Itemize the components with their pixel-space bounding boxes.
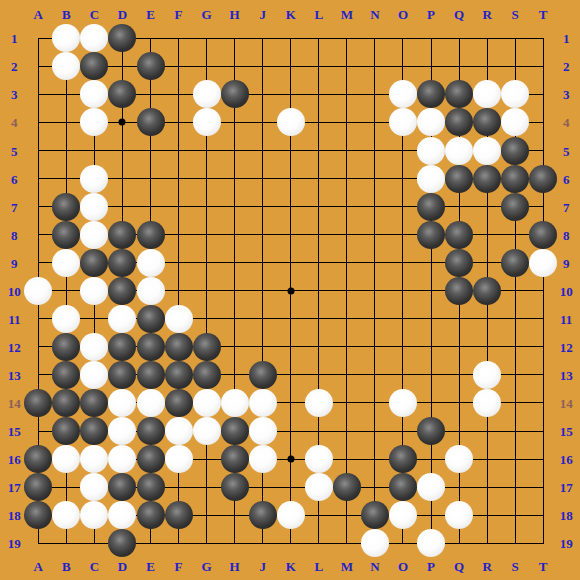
stone-black-A14[interactable] [24,389,52,417]
stone-black-R4[interactable] [473,108,501,136]
stone-white-J14[interactable] [249,389,277,417]
stone-white-P4[interactable] [417,108,445,136]
coord-label-right-9: 9 [563,256,570,269]
stone-black-F12[interactable] [165,333,193,361]
coord-label-right-12: 12 [560,340,573,353]
stone-white-O3[interactable] [389,80,417,108]
coord-label-left-2: 2 [11,60,18,73]
coord-label-bottom-C: C [90,560,99,573]
stone-black-M17[interactable] [333,473,361,501]
stone-black-P8[interactable] [417,221,445,249]
coord-label-right-10: 10 [560,284,573,297]
coord-label-top-M: M [341,8,353,21]
stone-white-E9[interactable] [137,249,165,277]
stone-white-K18[interactable] [277,501,305,529]
stone-white-K4[interactable] [277,108,305,136]
coord-label-bottom-O: O [398,560,408,573]
stone-white-Q18[interactable] [445,501,473,529]
stone-white-C18[interactable] [80,501,108,529]
stone-black-S9[interactable] [501,249,529,277]
coord-label-bottom-M: M [341,560,353,573]
coord-label-bottom-S: S [512,560,519,573]
stone-black-F14[interactable] [165,389,193,417]
stone-white-C16[interactable] [80,445,108,473]
stone-black-B8[interactable] [52,221,80,249]
stone-white-C17[interactable] [80,473,108,501]
stone-black-S5[interactable] [501,137,529,165]
coord-label-right-1: 1 [563,32,570,45]
grid-line-col-N [374,38,375,544]
stone-white-P19[interactable] [417,529,445,557]
coord-label-right-3: 3 [563,88,570,101]
star-point-K16 [287,456,294,463]
coord-label-left-17: 17 [8,481,21,494]
stone-black-D3[interactable] [108,80,136,108]
stone-black-H16[interactable] [221,445,249,473]
coord-label-top-R: R [482,8,491,21]
coord-label-bottom-L: L [314,560,323,573]
coord-label-right-6: 6 [563,172,570,185]
coord-label-right-13: 13 [560,368,573,381]
coord-label-bottom-R: R [482,560,491,573]
stone-black-T6[interactable] [529,165,557,193]
stone-black-E8[interactable] [137,221,165,249]
coord-label-top-N: N [370,8,379,21]
coord-label-right-7: 7 [563,200,570,213]
stone-black-E11[interactable] [137,305,165,333]
stone-black-D1[interactable] [108,24,136,52]
stone-white-T9[interactable] [529,249,557,277]
stone-white-C10[interactable] [80,277,108,305]
coord-label-left-16: 16 [8,453,21,466]
stone-white-R3[interactable] [473,80,501,108]
coord-label-right-11: 11 [560,312,572,325]
stone-black-G12[interactable] [193,333,221,361]
coord-label-top-P: P [427,8,435,21]
coord-label-left-8: 8 [11,228,18,241]
coord-label-top-L: L [314,8,323,21]
stone-black-E17[interactable] [137,473,165,501]
stone-white-L16[interactable] [305,445,333,473]
coord-label-top-O: O [398,8,408,21]
stone-white-L14[interactable] [305,389,333,417]
stone-black-S7[interactable] [501,193,529,221]
stone-white-G3[interactable] [193,80,221,108]
coord-label-bottom-B: B [62,560,71,573]
stone-black-C9[interactable] [80,249,108,277]
stone-black-D12[interactable] [108,333,136,361]
stone-white-C6[interactable] [80,165,108,193]
stone-black-D8[interactable] [108,221,136,249]
stone-white-F11[interactable] [165,305,193,333]
stone-black-D9[interactable] [108,249,136,277]
coord-label-top-J: J [259,8,266,21]
stone-white-D14[interactable] [108,389,136,417]
stone-black-A16[interactable] [24,445,52,473]
coord-label-bottom-K: K [286,560,296,573]
stone-black-E18[interactable] [137,501,165,529]
stone-black-H17[interactable] [221,473,249,501]
stone-white-D15[interactable] [108,417,136,445]
stone-black-D17[interactable] [108,473,136,501]
coord-label-left-7: 7 [11,200,18,213]
coord-label-left-10: 10 [8,284,21,297]
coord-label-bottom-D: D [118,560,127,573]
stone-white-D18[interactable] [108,501,136,529]
stone-black-E12[interactable] [137,333,165,361]
coord-label-left-6: 6 [11,172,18,185]
coord-label-right-8: 8 [563,228,570,241]
coord-label-bottom-A: A [34,560,43,573]
stone-white-P5[interactable] [417,137,445,165]
stone-white-H14[interactable] [221,389,249,417]
stone-black-R10[interactable] [473,277,501,305]
coord-label-left-14: 14 [8,396,21,409]
coord-label-top-S: S [512,8,519,21]
coord-label-top-E: E [146,8,155,21]
stone-black-B13[interactable] [52,361,80,389]
stone-black-C2[interactable] [80,52,108,80]
stone-white-C12[interactable] [80,333,108,361]
stone-white-F16[interactable] [165,445,193,473]
stone-black-Q6[interactable] [445,165,473,193]
coord-label-left-9: 9 [11,256,18,269]
coord-label-top-H: H [230,8,240,21]
coord-label-bottom-P: P [427,560,435,573]
coord-label-left-5: 5 [11,144,18,157]
coord-label-left-4: 4 [11,116,18,129]
stone-black-D19[interactable] [108,529,136,557]
stone-white-B11[interactable] [52,305,80,333]
coord-label-right-2: 2 [563,60,570,73]
stone-black-C15[interactable] [80,417,108,445]
coord-label-top-G: G [202,8,212,21]
stone-black-B15[interactable] [52,417,80,445]
coord-label-bottom-G: G [202,560,212,573]
stone-black-F18[interactable] [165,501,193,529]
stone-black-R6[interactable] [473,165,501,193]
stone-white-R13[interactable] [473,361,501,389]
coord-label-top-D: D [118,8,127,21]
star-point-K10 [287,287,294,294]
coord-label-bottom-J: J [259,560,266,573]
stone-black-E2[interactable] [137,52,165,80]
coord-label-left-1: 1 [11,32,18,45]
stone-black-P7[interactable] [417,193,445,221]
coord-label-right-5: 5 [563,144,570,157]
coord-label-bottom-H: H [230,560,240,573]
stone-black-A18[interactable] [24,501,52,529]
stone-white-G4[interactable] [193,108,221,136]
coord-label-right-15: 15 [560,425,573,438]
stone-black-Q8[interactable] [445,221,473,249]
coord-label-top-A: A [34,8,43,21]
stone-black-B7[interactable] [52,193,80,221]
stone-black-Q4[interactable] [445,108,473,136]
stone-white-R5[interactable] [473,137,501,165]
stone-white-B2[interactable] [52,52,80,80]
stone-black-Q9[interactable] [445,249,473,277]
stone-white-G15[interactable] [193,417,221,445]
coord-label-left-13: 13 [8,368,21,381]
stone-white-D11[interactable] [108,305,136,333]
stone-black-J13[interactable] [249,361,277,389]
stone-white-G14[interactable] [193,389,221,417]
stone-white-B18[interactable] [52,501,80,529]
coord-label-left-11: 11 [8,312,20,325]
stone-black-F13[interactable] [165,361,193,389]
stone-white-P17[interactable] [417,473,445,501]
stone-white-C4[interactable] [80,108,108,136]
coord-label-right-18: 18 [560,509,573,522]
stone-black-P3[interactable] [417,80,445,108]
stone-white-J15[interactable] [249,417,277,445]
stone-white-C7[interactable] [80,193,108,221]
stone-black-A17[interactable] [24,473,52,501]
coord-label-top-Q: Q [454,8,464,21]
stone-black-H3[interactable] [221,80,249,108]
stone-white-C1[interactable] [80,24,108,52]
star-point-D4 [119,119,126,126]
stone-black-D10[interactable] [108,277,136,305]
coord-label-bottom-Q: Q [454,560,464,573]
stone-white-Q16[interactable] [445,445,473,473]
stone-black-Q3[interactable] [445,80,473,108]
stone-white-B1[interactable] [52,24,80,52]
stone-white-A10[interactable] [24,277,52,305]
coord-label-right-14: 14 [560,396,573,409]
coord-label-right-19: 19 [560,537,573,550]
stone-white-E10[interactable] [137,277,165,305]
coord-label-right-4: 4 [563,116,570,129]
stone-white-J16[interactable] [249,445,277,473]
stone-white-O4[interactable] [389,108,417,136]
stone-white-S3[interactable] [501,80,529,108]
coord-label-top-B: B [62,8,71,21]
stone-white-F15[interactable] [165,417,193,445]
stone-white-S4[interactable] [501,108,529,136]
stone-white-R14[interactable] [473,389,501,417]
stone-black-E15[interactable] [137,417,165,445]
coord-label-top-K: K [286,8,296,21]
stone-white-O14[interactable] [389,389,417,417]
coord-label-left-12: 12 [8,340,21,353]
coord-label-left-3: 3 [11,88,18,101]
coord-label-bottom-N: N [370,560,379,573]
stone-white-D16[interactable] [108,445,136,473]
stone-black-B14[interactable] [52,389,80,417]
stone-black-D13[interactable] [108,361,136,389]
stone-white-C13[interactable] [80,361,108,389]
stone-black-E4[interactable] [137,108,165,136]
stone-black-S6[interactable] [501,165,529,193]
stone-black-H15[interactable] [221,417,249,445]
stone-black-C14[interactable] [80,389,108,417]
stone-black-E16[interactable] [137,445,165,473]
stone-white-O18[interactable] [389,501,417,529]
coord-label-top-C: C [90,8,99,21]
stone-black-P15[interactable] [417,417,445,445]
coord-label-bottom-F: F [175,560,183,573]
stone-black-T8[interactable] [529,221,557,249]
grid-line-col-M [346,38,347,544]
stone-black-Q10[interactable] [445,277,473,305]
stone-white-B16[interactable] [52,445,80,473]
stone-white-E14[interactable] [137,389,165,417]
stone-white-L17[interactable] [305,473,333,501]
stone-white-C8[interactable] [80,221,108,249]
stone-white-N19[interactable] [361,529,389,557]
coord-label-left-19: 19 [8,537,21,550]
coord-label-top-T: T [539,8,548,21]
coord-label-right-16: 16 [560,453,573,466]
coord-label-right-17: 17 [560,481,573,494]
stone-black-E13[interactable] [137,361,165,389]
goban[interactable]: AA11BB22CC33DD44EE55FF66GG77HH88JJ99KK10… [0,0,580,580]
stone-white-B9[interactable] [52,249,80,277]
stone-white-Q5[interactable] [445,137,473,165]
coord-label-left-18: 18 [8,509,21,522]
coord-label-bottom-E: E [146,560,155,573]
stone-black-J18[interactable] [249,501,277,529]
coord-label-top-F: F [175,8,183,21]
stone-black-O16[interactable] [389,445,417,473]
grid-line-col-T [543,38,544,544]
coord-label-bottom-T: T [539,560,548,573]
stone-black-B12[interactable] [52,333,80,361]
stone-black-N18[interactable] [361,501,389,529]
stone-white-P6[interactable] [417,165,445,193]
stone-black-O17[interactable] [389,473,417,501]
stone-black-G13[interactable] [193,361,221,389]
coord-label-left-15: 15 [8,425,21,438]
stone-white-C3[interactable] [80,80,108,108]
